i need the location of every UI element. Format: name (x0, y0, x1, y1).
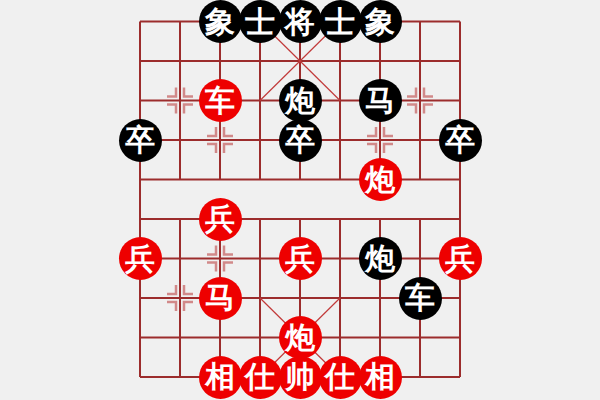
piece-red-general[interactable]: 帅 (279, 356, 322, 399)
piece-black-advisor[interactable]: 士 (319, 0, 362, 43)
piece-black-soldier[interactable]: 卒 (279, 119, 322, 162)
xiangqi-board-screenshot: 象士将士象车炮马卒卒卒炮兵兵兵炮兵马车炮相仕帅仕相 (0, 0, 600, 400)
piece-red-elephant[interactable]: 相 (359, 356, 402, 399)
piece-black-soldier[interactable]: 卒 (119, 119, 162, 162)
piece-red-elephant[interactable]: 相 (199, 356, 242, 399)
piece-red-soldier[interactable]: 兵 (199, 198, 242, 241)
piece-black-horse[interactable]: 马 (359, 79, 402, 122)
piece-black-advisor[interactable]: 士 (239, 0, 282, 43)
piece-black-cannon[interactable]: 炮 (279, 79, 322, 122)
piece-black-chariot[interactable]: 车 (399, 277, 442, 320)
piece-red-advisor[interactable]: 仕 (319, 356, 362, 399)
pieces-layer: 象士将士象车炮马卒卒卒炮兵兵兵炮兵马车炮相仕帅仕相 (0, 0, 600, 400)
piece-black-cannon[interactable]: 炮 (359, 237, 402, 280)
piece-black-elephant[interactable]: 象 (359, 0, 402, 43)
piece-red-cannon[interactable]: 炮 (279, 316, 322, 359)
piece-red-cannon[interactable]: 炮 (359, 158, 402, 201)
piece-red-soldier[interactable]: 兵 (439, 237, 482, 280)
piece-red-soldier[interactable]: 兵 (119, 237, 162, 280)
piece-red-chariot[interactable]: 车 (199, 79, 242, 122)
piece-black-elephant[interactable]: 象 (199, 0, 242, 43)
piece-red-horse[interactable]: 马 (199, 277, 242, 320)
piece-red-soldier[interactable]: 兵 (279, 237, 322, 280)
piece-black-soldier[interactable]: 卒 (439, 119, 482, 162)
piece-black-general[interactable]: 将 (279, 0, 322, 43)
piece-red-advisor[interactable]: 仕 (239, 356, 282, 399)
